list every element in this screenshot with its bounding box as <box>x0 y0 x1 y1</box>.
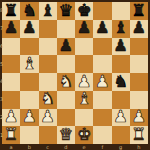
black-pawn-piece: ♟ <box>131 20 146 37</box>
square-d8[interactable]: ♛ <box>57 2 75 20</box>
black-rook-piece: ♜ <box>4 2 19 19</box>
black-pawn-piece: ♟ <box>22 20 37 37</box>
square-b8[interactable]: ♞ <box>20 2 38 20</box>
white-pawn-piece: ♟ <box>22 109 37 126</box>
black-knight-piece: ♞ <box>22 2 37 19</box>
rank-label-8: 8 <box>0 8 4 13</box>
square-h2[interactable]: ♟ <box>130 109 148 127</box>
square-e7[interactable]: ♟ <box>75 20 93 38</box>
square-c2[interactable]: ♟ <box>39 109 57 127</box>
square-h1[interactable]: ♜ <box>130 126 148 144</box>
black-bishop-piece: ♝ <box>40 2 55 19</box>
square-d5[interactable] <box>57 55 75 73</box>
black-king-piece: ♚ <box>77 2 92 19</box>
square-g1[interactable] <box>112 126 130 144</box>
white-knight-piece: ♞ <box>58 73 73 90</box>
white-king-piece: ♚ <box>77 126 92 143</box>
square-g5[interactable] <box>112 55 130 73</box>
file-label-g: g <box>112 144 130 150</box>
square-e4[interactable]: ♟ <box>75 73 93 91</box>
square-f3[interactable] <box>93 91 111 109</box>
white-pawn-piece: ♟ <box>77 73 92 90</box>
white-pawn-piece: ♟ <box>113 109 128 126</box>
square-b6[interactable] <box>20 38 38 56</box>
square-d2[interactable] <box>57 109 75 127</box>
black-pawn-piece: ♟ <box>58 38 73 55</box>
square-g4[interactable]: ♞ <box>112 73 130 91</box>
rank-label-7: 7 <box>0 26 4 31</box>
white-rook-piece: ♜ <box>4 126 19 143</box>
square-f5[interactable] <box>93 55 111 73</box>
square-e5[interactable] <box>75 55 93 73</box>
square-b4[interactable] <box>20 73 38 91</box>
rank-label-4: 4 <box>0 79 4 84</box>
square-h3[interactable] <box>130 91 148 109</box>
chess-diagram: ♜♞♝♛♚♜♟♟♟♟♝♟♟♟♝♞♟♟♞♞♝♟♟♟♟♟♜♛♚♜ 87654321a… <box>0 0 150 150</box>
black-pawn-piece: ♟ <box>95 20 110 37</box>
square-h4[interactable] <box>130 73 148 91</box>
square-a2[interactable]: ♟ <box>2 109 20 127</box>
square-b3[interactable] <box>20 91 38 109</box>
square-f2[interactable] <box>93 109 111 127</box>
square-g7[interactable]: ♝ <box>112 20 130 38</box>
rank-label-2: 2 <box>0 115 4 120</box>
black-rook-piece: ♜ <box>131 2 146 19</box>
square-d4[interactable]: ♞ <box>57 73 75 91</box>
square-c6[interactable] <box>39 38 57 56</box>
square-f1[interactable] <box>93 126 111 144</box>
rank-label-1: 1 <box>0 133 4 138</box>
square-c8[interactable]: ♝ <box>39 2 57 20</box>
square-h7[interactable]: ♟ <box>130 20 148 38</box>
square-a4[interactable] <box>2 73 20 91</box>
white-rook-piece: ♜ <box>131 126 146 143</box>
square-e1[interactable]: ♚ <box>75 126 93 144</box>
black-pawn-piece: ♟ <box>4 20 19 37</box>
white-pawn-piece: ♟ <box>131 109 146 126</box>
white-pawn-piece: ♟ <box>40 109 55 126</box>
rank-label-3: 3 <box>0 97 4 102</box>
square-e8[interactable]: ♚ <box>75 2 93 20</box>
white-knight-piece: ♞ <box>40 91 55 108</box>
square-d6[interactable]: ♟ <box>57 38 75 56</box>
chess-board[interactable]: ♜♞♝♛♚♜♟♟♟♟♝♟♟♟♝♞♟♟♞♞♝♟♟♟♟♟♜♛♚♜ <box>2 2 148 144</box>
file-label-h: h <box>130 144 148 150</box>
square-b5[interactable]: ♝ <box>20 55 38 73</box>
square-g3[interactable] <box>112 91 130 109</box>
square-d7[interactable] <box>57 20 75 38</box>
square-f8[interactable] <box>93 2 111 20</box>
white-pawn-piece: ♟ <box>4 109 19 126</box>
square-e2[interactable] <box>75 109 93 127</box>
square-c4[interactable] <box>39 73 57 91</box>
square-g6[interactable]: ♟ <box>112 38 130 56</box>
square-f6[interactable] <box>93 38 111 56</box>
square-g2[interactable]: ♟ <box>112 109 130 127</box>
square-a3[interactable] <box>2 91 20 109</box>
square-d1[interactable]: ♛ <box>57 126 75 144</box>
rank-label-6: 6 <box>0 44 4 49</box>
square-a8[interactable]: ♜ <box>2 2 20 20</box>
file-label-a: a <box>2 144 20 150</box>
square-h6[interactable] <box>130 38 148 56</box>
file-label-b: b <box>20 144 38 150</box>
square-h8[interactable]: ♜ <box>130 2 148 20</box>
square-b2[interactable]: ♟ <box>20 109 38 127</box>
white-bishop-piece: ♝ <box>22 55 37 72</box>
file-label-c: c <box>39 144 57 150</box>
square-e6[interactable] <box>75 38 93 56</box>
black-pawn-piece: ♟ <box>113 38 128 55</box>
black-queen-piece: ♛ <box>58 2 73 19</box>
black-pawn-piece: ♟ <box>77 20 92 37</box>
square-c7[interactable] <box>39 20 57 38</box>
square-g8[interactable] <box>112 2 130 20</box>
file-label-d: d <box>57 144 75 150</box>
square-c1[interactable] <box>39 126 57 144</box>
white-pawn-piece: ♟ <box>95 73 110 90</box>
white-bishop-piece: ♝ <box>77 91 92 108</box>
rank-label-5: 5 <box>0 62 4 67</box>
square-f4[interactable]: ♟ <box>93 73 111 91</box>
black-knight-piece: ♞ <box>113 73 128 90</box>
black-bishop-piece: ♝ <box>113 20 128 37</box>
square-a1[interactable]: ♜ <box>2 126 20 144</box>
square-a7[interactable]: ♟ <box>2 20 20 38</box>
square-f7[interactable]: ♟ <box>93 20 111 38</box>
square-e3[interactable]: ♝ <box>75 91 93 109</box>
square-b7[interactable]: ♟ <box>20 20 38 38</box>
square-a6[interactable] <box>2 38 20 56</box>
square-c3[interactable]: ♞ <box>39 91 57 109</box>
file-label-e: e <box>75 144 93 150</box>
square-a5[interactable] <box>2 55 20 73</box>
square-h5[interactable] <box>130 55 148 73</box>
square-c5[interactable] <box>39 55 57 73</box>
file-label-f: f <box>93 144 111 150</box>
square-d3[interactable] <box>57 91 75 109</box>
square-b1[interactable] <box>20 126 38 144</box>
white-queen-piece: ♛ <box>58 126 73 143</box>
